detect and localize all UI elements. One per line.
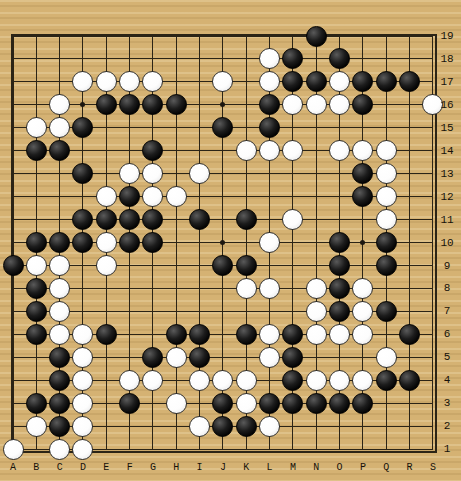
stone-black-B14[interactable] xyxy=(26,140,47,161)
row-label-17: 17 xyxy=(437,75,457,89)
stone-white-B2[interactable] xyxy=(26,416,47,437)
column-label-A: A xyxy=(6,461,20,475)
stone-black-H16[interactable] xyxy=(166,94,187,115)
stone-white-N16[interactable] xyxy=(306,94,327,115)
stone-white-B9[interactable] xyxy=(26,255,47,276)
column-label-O: O xyxy=(333,461,347,475)
column-label-L: L xyxy=(263,461,277,475)
stone-white-E12[interactable] xyxy=(96,186,117,207)
stone-white-Q13[interactable] xyxy=(376,163,397,184)
stone-white-D2[interactable] xyxy=(72,416,93,437)
stone-white-D1[interactable] xyxy=(72,439,93,460)
stone-white-H3[interactable] xyxy=(166,393,187,414)
stone-black-O3[interactable] xyxy=(329,393,350,414)
row-label-5: 5 xyxy=(437,350,457,364)
stone-white-H5[interactable] xyxy=(166,347,187,368)
stone-white-O6[interactable] xyxy=(329,324,350,345)
stone-black-C3[interactable] xyxy=(49,393,70,414)
stone-black-N3[interactable] xyxy=(306,393,327,414)
stone-black-B8[interactable] xyxy=(26,278,47,299)
column-label-G: G xyxy=(146,461,160,475)
stone-black-J2[interactable] xyxy=(212,416,233,437)
stone-white-N4[interactable] xyxy=(306,370,327,391)
row-label-4: 4 xyxy=(437,373,457,387)
row-label-12: 12 xyxy=(437,190,457,204)
row-label-2: 2 xyxy=(437,419,457,433)
row-label-14: 14 xyxy=(437,144,457,158)
row-label-19: 19 xyxy=(437,29,457,43)
row-label-15: 15 xyxy=(437,121,457,135)
stone-white-H12[interactable] xyxy=(166,186,187,207)
stone-black-B7[interactable] xyxy=(26,301,47,322)
stone-white-E10[interactable] xyxy=(96,232,117,253)
stone-white-I2[interactable] xyxy=(189,416,210,437)
stone-black-K11[interactable] xyxy=(236,209,257,230)
stone-black-B6[interactable] xyxy=(26,324,47,345)
stone-black-B3[interactable] xyxy=(26,393,47,414)
stone-white-N6[interactable] xyxy=(306,324,327,345)
row-label-8: 8 xyxy=(437,281,457,295)
board-background: ABCDEFGHIJKLMNOPQRS191817161514131211109… xyxy=(0,0,461,481)
stone-black-M3[interactable] xyxy=(282,393,303,414)
stone-black-E6[interactable] xyxy=(96,324,117,345)
column-label-K: K xyxy=(239,461,253,475)
stone-black-N19[interactable] xyxy=(306,26,327,47)
column-label-M: M xyxy=(286,461,300,475)
stone-white-Q5[interactable] xyxy=(376,347,397,368)
stone-black-O7[interactable] xyxy=(329,301,350,322)
row-label-7: 7 xyxy=(437,304,457,318)
column-label-N: N xyxy=(309,461,323,475)
stone-white-E9[interactable] xyxy=(96,255,117,276)
stone-black-L3[interactable] xyxy=(259,393,280,414)
column-label-E: E xyxy=(99,461,113,475)
stone-black-F3[interactable] xyxy=(119,393,140,414)
stone-white-C1[interactable] xyxy=(49,439,70,460)
stone-white-N7[interactable] xyxy=(306,301,327,322)
stone-white-K4[interactable] xyxy=(236,370,257,391)
stone-white-N8[interactable] xyxy=(306,278,327,299)
stone-black-K6[interactable] xyxy=(236,324,257,345)
stone-white-B15[interactable] xyxy=(26,117,47,138)
column-label-Q: Q xyxy=(379,461,393,475)
stone-white-Q11[interactable] xyxy=(376,209,397,230)
stone-black-P3[interactable] xyxy=(352,393,373,414)
stone-black-Q9[interactable] xyxy=(376,255,397,276)
column-label-S: S xyxy=(426,461,440,475)
stone-white-O4[interactable] xyxy=(329,370,350,391)
stone-black-Q10[interactable] xyxy=(376,232,397,253)
column-label-B: B xyxy=(29,461,43,475)
stone-white-C7[interactable] xyxy=(49,301,70,322)
stone-black-K2[interactable] xyxy=(236,416,257,437)
column-label-D: D xyxy=(76,461,90,475)
row-label-6: 6 xyxy=(437,327,457,341)
stone-white-Q14[interactable] xyxy=(376,140,397,161)
stone-white-C9[interactable] xyxy=(49,255,70,276)
row-label-10: 10 xyxy=(437,236,457,250)
stone-black-Q4[interactable] xyxy=(376,370,397,391)
stone-white-K14[interactable] xyxy=(236,140,257,161)
column-label-P: P xyxy=(356,461,370,475)
column-label-J: J xyxy=(216,461,230,475)
row-label-3: 3 xyxy=(437,396,457,410)
stone-black-C5[interactable] xyxy=(49,347,70,368)
stone-white-K8[interactable] xyxy=(236,278,257,299)
stone-black-Q7[interactable] xyxy=(376,301,397,322)
stone-black-O9[interactable] xyxy=(329,255,350,276)
stone-black-C4[interactable] xyxy=(49,370,70,391)
stone-black-A9[interactable] xyxy=(3,255,24,276)
row-label-18: 18 xyxy=(437,52,457,66)
stone-white-L8[interactable] xyxy=(259,278,280,299)
stone-white-L6[interactable] xyxy=(259,324,280,345)
stone-black-K9[interactable] xyxy=(236,255,257,276)
row-label-9: 9 xyxy=(437,259,457,273)
stone-white-C8[interactable] xyxy=(49,278,70,299)
column-label-I: I xyxy=(193,461,207,475)
stone-white-L2[interactable] xyxy=(259,416,280,437)
stone-black-H6[interactable] xyxy=(166,324,187,345)
column-label-R: R xyxy=(403,461,417,475)
stone-black-O10[interactable] xyxy=(329,232,350,253)
stone-white-F4[interactable] xyxy=(119,370,140,391)
stone-white-A1[interactable] xyxy=(3,439,24,460)
stone-white-K3[interactable] xyxy=(236,393,257,414)
stone-black-C2[interactable] xyxy=(49,416,70,437)
stone-white-L5[interactable] xyxy=(259,347,280,368)
stone-black-B10[interactable] xyxy=(26,232,47,253)
row-label-16: 16 xyxy=(437,98,457,112)
stone-black-I5[interactable] xyxy=(189,347,210,368)
row-label-1: 1 xyxy=(437,442,457,456)
stone-black-O8[interactable] xyxy=(329,278,350,299)
stone-white-I4[interactable] xyxy=(189,370,210,391)
column-label-C: C xyxy=(53,461,67,475)
column-label-F: F xyxy=(123,461,137,475)
stone-black-E11[interactable] xyxy=(96,209,117,230)
stone-black-R4[interactable] xyxy=(399,370,420,391)
row-label-11: 11 xyxy=(437,213,457,227)
stone-black-R6[interactable] xyxy=(399,324,420,345)
column-label-H: H xyxy=(169,461,183,475)
stone-black-I6[interactable] xyxy=(189,324,210,345)
stone-white-C6[interactable] xyxy=(49,324,70,345)
stone-white-Q12[interactable] xyxy=(376,186,397,207)
row-label-13: 13 xyxy=(437,167,457,181)
